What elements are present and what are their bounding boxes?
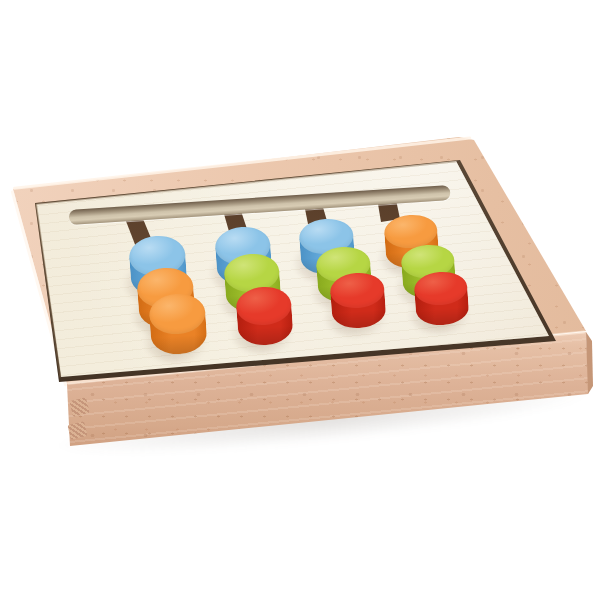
disc-col2-row3-red[interactable]: [235, 285, 294, 347]
disc-col4-row3-red[interactable]: [413, 270, 470, 327]
product-photo-stage: [0, 0, 600, 600]
disc-col3-row3-red[interactable]: [329, 271, 387, 330]
disc-col1-row3-orange[interactable]: [148, 292, 208, 356]
slide-panel: [0, 0, 600, 600]
